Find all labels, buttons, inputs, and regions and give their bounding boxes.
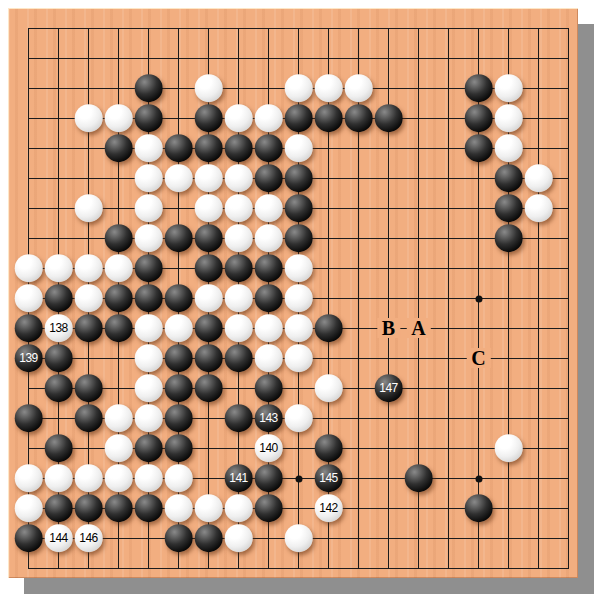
white-stone[interactable] bbox=[134, 314, 162, 342]
black-stone[interactable] bbox=[254, 134, 282, 162]
black-stone[interactable] bbox=[284, 194, 312, 222]
white-stone[interactable] bbox=[134, 374, 162, 402]
black-stone[interactable] bbox=[164, 284, 192, 312]
white-stone[interactable] bbox=[164, 314, 192, 342]
label-C: C bbox=[466, 348, 490, 368]
label-A: A bbox=[406, 318, 430, 338]
white-stone[interactable] bbox=[224, 494, 252, 522]
black-stone[interactable] bbox=[254, 374, 282, 402]
black-stone[interactable] bbox=[344, 104, 372, 132]
white-stone[interactable] bbox=[134, 164, 162, 192]
white-stone[interactable] bbox=[14, 254, 42, 282]
black-stone[interactable] bbox=[494, 164, 522, 192]
white-stone[interactable] bbox=[524, 164, 552, 192]
black-stone[interactable] bbox=[44, 374, 72, 402]
black-stone[interactable] bbox=[104, 134, 132, 162]
black-stone[interactable] bbox=[254, 164, 282, 192]
black-stone[interactable] bbox=[194, 314, 222, 342]
black-stone[interactable] bbox=[194, 134, 222, 162]
black-stone[interactable] bbox=[74, 494, 102, 522]
black-stone[interactable] bbox=[164, 344, 192, 372]
white-stone[interactable] bbox=[104, 104, 132, 132]
black-stone[interactable] bbox=[284, 224, 312, 252]
black-stone[interactable] bbox=[74, 404, 102, 432]
white-stone[interactable] bbox=[314, 74, 342, 102]
black-stone[interactable] bbox=[224, 254, 252, 282]
white-stone[interactable] bbox=[164, 494, 192, 522]
white-stone[interactable] bbox=[74, 104, 102, 132]
black-stone[interactable] bbox=[134, 494, 162, 522]
white-stone[interactable] bbox=[134, 194, 162, 222]
white-stone[interactable] bbox=[194, 494, 222, 522]
white-stone[interactable] bbox=[224, 314, 252, 342]
move-number-label: 145 bbox=[319, 472, 338, 484]
label-B: B bbox=[377, 318, 400, 338]
white-stone[interactable] bbox=[164, 464, 192, 492]
black-stone[interactable] bbox=[74, 374, 102, 402]
black-stone[interactable] bbox=[374, 104, 402, 132]
black-stone[interactable] bbox=[194, 374, 222, 402]
white-stone[interactable] bbox=[224, 164, 252, 192]
white-stone[interactable] bbox=[284, 74, 312, 102]
black-stone[interactable] bbox=[104, 284, 132, 312]
white-stone[interactable] bbox=[44, 254, 72, 282]
page: 138139140141142143144145146147BAC bbox=[0, 0, 600, 600]
black-stone[interactable] bbox=[254, 464, 282, 492]
white-stone[interactable] bbox=[194, 74, 222, 102]
white-stone[interactable] bbox=[284, 344, 312, 372]
black-stone[interactable] bbox=[164, 224, 192, 252]
black-stone[interactable] bbox=[164, 134, 192, 162]
black-stone[interactable] bbox=[494, 194, 522, 222]
black-stone[interactable] bbox=[104, 224, 132, 252]
white-stone[interactable] bbox=[134, 464, 162, 492]
white-stone[interactable] bbox=[224, 224, 252, 252]
white-stone[interactable] bbox=[14, 464, 42, 492]
white-stone[interactable] bbox=[134, 404, 162, 432]
white-stone[interactable] bbox=[134, 224, 162, 252]
black-stone[interactable] bbox=[164, 524, 192, 552]
black-stone[interactable] bbox=[44, 344, 72, 372]
go-board[interactable]: 138139140141142143144145146147BAC bbox=[8, 8, 578, 578]
white-stone[interactable] bbox=[44, 464, 72, 492]
black-stone[interactable] bbox=[14, 404, 42, 432]
white-stone[interactable] bbox=[344, 74, 372, 102]
black-stone[interactable] bbox=[284, 104, 312, 132]
white-stone[interactable] bbox=[134, 344, 162, 372]
white-stone[interactable] bbox=[284, 254, 312, 282]
board-grid: 138139140141142143144145146147BAC bbox=[28, 28, 569, 569]
move-number-label: 140 bbox=[259, 442, 278, 454]
black-stone[interactable] bbox=[134, 254, 162, 282]
white-stone[interactable] bbox=[224, 284, 252, 312]
black-stone[interactable] bbox=[164, 404, 192, 432]
black-stone[interactable] bbox=[254, 284, 282, 312]
black-stone[interactable] bbox=[464, 134, 492, 162]
black-stone[interactable] bbox=[314, 434, 342, 462]
white-stone[interactable] bbox=[254, 104, 282, 132]
white-stone[interactable] bbox=[254, 194, 282, 222]
black-stone[interactable] bbox=[134, 74, 162, 102]
black-stone[interactable] bbox=[194, 524, 222, 552]
white-stone[interactable] bbox=[14, 284, 42, 312]
black-stone[interactable] bbox=[14, 314, 42, 342]
black-stone[interactable] bbox=[104, 494, 132, 522]
white-stone[interactable] bbox=[14, 494, 42, 522]
white-stone[interactable] bbox=[494, 434, 522, 462]
black-stone[interactable] bbox=[104, 314, 132, 342]
white-stone[interactable] bbox=[104, 254, 132, 282]
black-stone[interactable] bbox=[74, 314, 102, 342]
white-stone[interactable] bbox=[224, 194, 252, 222]
white-stone[interactable] bbox=[74, 194, 102, 222]
white-stone[interactable] bbox=[224, 104, 252, 132]
black-stone[interactable] bbox=[194, 344, 222, 372]
white-stone[interactable] bbox=[284, 284, 312, 312]
white-stone[interactable] bbox=[494, 74, 522, 102]
white-stone[interactable] bbox=[284, 404, 312, 432]
white-stone[interactable] bbox=[194, 164, 222, 192]
black-stone[interactable] bbox=[14, 524, 42, 552]
white-stone[interactable] bbox=[74, 254, 102, 282]
move-number-label: 141 bbox=[229, 472, 248, 484]
star-point bbox=[295, 475, 302, 482]
black-stone[interactable] bbox=[194, 104, 222, 132]
white-stone[interactable] bbox=[284, 524, 312, 552]
white-stone[interactable] bbox=[314, 374, 342, 402]
black-stone[interactable] bbox=[194, 224, 222, 252]
black-stone[interactable] bbox=[44, 284, 72, 312]
black-stone[interactable] bbox=[224, 134, 252, 162]
white-stone[interactable] bbox=[254, 344, 282, 372]
star-point bbox=[475, 475, 482, 482]
white-stone[interactable] bbox=[284, 314, 312, 342]
white-stone[interactable] bbox=[104, 404, 132, 432]
white-stone[interactable] bbox=[134, 134, 162, 162]
white-stone[interactable] bbox=[104, 434, 132, 462]
black-stone[interactable] bbox=[314, 104, 342, 132]
black-stone[interactable] bbox=[44, 494, 72, 522]
move-number-label: 143 bbox=[259, 412, 278, 424]
star-point bbox=[475, 295, 482, 302]
move-number-label: 139 bbox=[19, 352, 38, 364]
white-stone[interactable] bbox=[284, 134, 312, 162]
black-stone[interactable] bbox=[254, 494, 282, 522]
black-stone[interactable] bbox=[224, 404, 252, 432]
black-stone[interactable] bbox=[314, 314, 342, 342]
black-stone[interactable] bbox=[134, 284, 162, 312]
black-stone[interactable] bbox=[134, 434, 162, 462]
black-stone[interactable] bbox=[464, 494, 492, 522]
white-stone[interactable] bbox=[74, 464, 102, 492]
white-stone[interactable] bbox=[224, 524, 252, 552]
move-number-label: 138 bbox=[49, 322, 68, 334]
black-stone[interactable] bbox=[494, 224, 522, 252]
white-stone[interactable] bbox=[524, 194, 552, 222]
black-stone[interactable] bbox=[404, 464, 432, 492]
move-number-label: 147 bbox=[379, 382, 398, 394]
move-number-label: 144 bbox=[49, 532, 68, 544]
white-stone[interactable] bbox=[104, 464, 132, 492]
black-stone[interactable] bbox=[164, 434, 192, 462]
black-stone[interactable] bbox=[194, 254, 222, 282]
white-stone[interactable] bbox=[74, 284, 102, 312]
white-stone[interactable] bbox=[194, 194, 222, 222]
black-stone[interactable] bbox=[464, 104, 492, 132]
move-number-label: 146 bbox=[79, 532, 98, 544]
white-stone[interactable] bbox=[494, 134, 522, 162]
black-stone[interactable] bbox=[134, 104, 162, 132]
black-stone[interactable] bbox=[254, 254, 282, 282]
white-stone[interactable] bbox=[254, 314, 282, 342]
move-number-label: 142 bbox=[319, 502, 338, 514]
white-stone[interactable] bbox=[194, 284, 222, 312]
black-stone[interactable] bbox=[164, 374, 192, 402]
black-stone[interactable] bbox=[284, 164, 312, 192]
black-stone[interactable] bbox=[44, 434, 72, 462]
black-stone[interactable] bbox=[464, 74, 492, 102]
black-stone[interactable] bbox=[224, 344, 252, 372]
white-stone[interactable] bbox=[164, 164, 192, 192]
white-stone[interactable] bbox=[494, 104, 522, 132]
white-stone[interactable] bbox=[254, 224, 282, 252]
